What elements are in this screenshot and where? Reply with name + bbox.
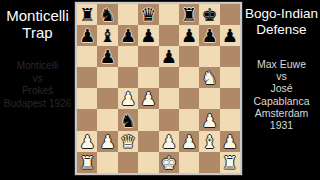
square-d1	[138, 152, 158, 173]
square-d2	[138, 131, 158, 152]
piece-black-pawn: ♟	[159, 46, 179, 67]
right-subtitle-line-4: Capablanca	[243, 95, 320, 107]
square-g8: ♚	[199, 4, 219, 25]
piece-white-pawn: ♟	[159, 131, 179, 152]
piece-black-pawn: ♟	[138, 25, 158, 46]
square-b6: ♟	[97, 46, 117, 67]
chess-board: ♜♞♛♜♚♟♝♟♟♟♟♟♟♟♞♟♟♞♟♟♟♛♟♟♝♟♜♚♜	[75, 2, 242, 175]
square-h2: ♟	[220, 131, 240, 152]
right-text-panel: Bogo-Indian Defense Max Euwe vs José Cap…	[243, 0, 320, 180]
square-f5	[179, 67, 199, 88]
left-title-line-1: Monticelli	[0, 7, 75, 24]
square-a6	[77, 46, 97, 67]
square-d4: ♟	[138, 88, 158, 109]
square-b2: ♟	[97, 131, 117, 152]
piece-white-pawn: ♟	[220, 131, 240, 152]
square-g2: ♝	[199, 131, 219, 152]
left-title-line-2: Trap	[0, 24, 75, 41]
right-subtitle-line-5: Amsterdam	[243, 107, 320, 119]
left-subtitle-line-1: Monticelli	[0, 60, 75, 73]
square-c8	[118, 4, 138, 25]
left-subtitle: Monticelli vs Prokeš Budapest 1926	[0, 60, 75, 110]
square-c5	[118, 67, 138, 88]
left-title: Monticelli Trap	[0, 7, 75, 41]
square-a4	[77, 88, 97, 109]
square-a3	[77, 109, 97, 130]
square-h8	[220, 4, 240, 25]
chess-board-grid: ♜♞♛♜♚♟♝♟♟♟♟♟♟♟♞♟♟♞♟♟♟♛♟♟♝♟♜♚♜	[77, 4, 240, 173]
square-h5	[220, 67, 240, 88]
right-subtitle-line-1: Max Euwe	[243, 58, 320, 70]
piece-black-bishop: ♝	[97, 25, 117, 46]
square-a7: ♟	[77, 25, 97, 46]
square-a5	[77, 67, 97, 88]
square-e6: ♟	[159, 46, 179, 67]
right-subtitle-line-3: José	[243, 82, 320, 94]
piece-black-rook: ♜	[179, 4, 199, 25]
piece-white-king: ♚	[159, 152, 179, 173]
square-c2: ♛	[118, 131, 138, 152]
piece-white-pawn: ♟	[199, 109, 219, 130]
square-g6	[199, 46, 219, 67]
left-subtitle-line-4: Budapest 1926	[0, 98, 75, 111]
piece-white-pawn: ♟	[97, 131, 117, 152]
right-title-line-2: Defense	[243, 22, 320, 38]
square-f7: ♟	[179, 25, 199, 46]
piece-white-bishop: ♝	[199, 131, 219, 152]
right-title: Bogo-Indian Defense	[243, 6, 320, 38]
piece-black-knight: ♞	[97, 4, 117, 25]
piece-black-pawn: ♟	[97, 46, 117, 67]
square-e8	[159, 4, 179, 25]
square-h4	[220, 88, 240, 109]
right-subtitle: Max Euwe vs José Capablanca Amsterdam 19…	[243, 58, 320, 131]
square-e2: ♟	[159, 131, 179, 152]
square-g3: ♟	[199, 109, 219, 130]
square-c4: ♟	[118, 88, 138, 109]
square-d6	[138, 46, 158, 67]
square-d5	[138, 67, 158, 88]
left-text-panel: Monticelli Trap Monticelli vs Prokeš Bud…	[0, 0, 75, 180]
square-e7	[159, 25, 179, 46]
piece-black-pawn: ♟	[199, 25, 219, 46]
square-g1	[199, 152, 219, 173]
left-subtitle-line-2: vs	[0, 73, 75, 86]
piece-black-pawn: ♟	[77, 25, 97, 46]
square-e3	[159, 109, 179, 130]
square-e1: ♚	[159, 152, 179, 173]
piece-black-knight: ♞	[118, 109, 138, 130]
square-g5: ♞	[199, 67, 219, 88]
square-h7: ♟	[220, 25, 240, 46]
piece-black-pawn: ♟	[118, 25, 138, 46]
square-c6	[118, 46, 138, 67]
square-a1: ♜	[77, 152, 97, 173]
square-c1	[118, 152, 138, 173]
right-title-line-1: Bogo-Indian	[243, 6, 320, 22]
piece-white-pawn: ♟	[77, 131, 97, 152]
square-b7: ♝	[97, 25, 117, 46]
piece-black-pawn: ♟	[220, 25, 240, 46]
square-g7: ♟	[199, 25, 219, 46]
square-g4	[199, 88, 219, 109]
square-c3: ♞	[118, 109, 138, 130]
piece-white-pawn: ♟	[179, 131, 199, 152]
square-f1	[179, 152, 199, 173]
square-h3	[220, 109, 240, 130]
square-c7: ♟	[118, 25, 138, 46]
square-f4	[179, 88, 199, 109]
square-f8: ♜	[179, 4, 199, 25]
square-a2: ♟	[77, 131, 97, 152]
square-a8: ♜	[77, 4, 97, 25]
piece-black-rook: ♜	[77, 4, 97, 25]
piece-white-rook: ♜	[77, 152, 97, 173]
piece-black-queen: ♛	[138, 4, 158, 25]
square-f6	[179, 46, 199, 67]
square-h1: ♜	[220, 152, 240, 173]
square-b3	[97, 109, 117, 130]
square-b5	[97, 67, 117, 88]
square-f3	[179, 109, 199, 130]
piece-black-king: ♚	[199, 4, 219, 25]
square-h6	[220, 46, 240, 67]
square-d8: ♛	[138, 4, 158, 25]
piece-white-pawn: ♟	[118, 88, 138, 109]
square-d3	[138, 109, 158, 130]
square-e5	[159, 67, 179, 88]
square-d7: ♟	[138, 25, 158, 46]
square-f2: ♟	[179, 131, 199, 152]
left-subtitle-line-3: Prokeš	[0, 85, 75, 98]
piece-black-pawn: ♟	[179, 25, 199, 46]
piece-white-pawn: ♟	[138, 88, 158, 109]
piece-white-knight: ♞	[199, 67, 219, 88]
right-subtitle-line-2: vs	[243, 70, 320, 82]
square-e4	[159, 88, 179, 109]
right-subtitle-line-6: 1931	[243, 119, 320, 131]
piece-white-rook: ♜	[220, 152, 240, 173]
square-b1	[97, 152, 117, 173]
square-b4	[97, 88, 117, 109]
square-b8: ♞	[97, 4, 117, 25]
piece-white-queen: ♛	[118, 131, 138, 152]
